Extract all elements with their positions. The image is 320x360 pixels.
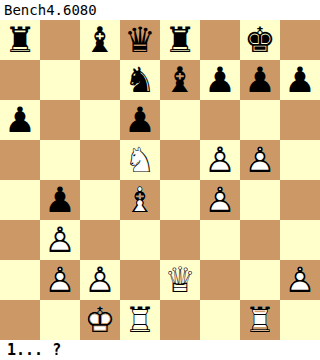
white-pawn: ♟♙ [280,260,320,300]
black-pawn: ♟ [0,100,40,140]
square-c4[interactable] [80,180,120,220]
square-h7[interactable]: ♟ [280,60,320,100]
square-e6[interactable] [160,100,200,140]
square-e3[interactable] [160,220,200,260]
white-piece-outline: ♙ [40,220,80,260]
square-e2[interactable]: ♛♕ [160,260,200,300]
square-h6[interactable] [280,100,320,140]
white-pawn: ♟♙ [200,140,240,180]
square-g5[interactable]: ♟♙ [240,140,280,180]
square-f6[interactable] [200,100,240,140]
square-d7[interactable]: ♞ [120,60,160,100]
square-c2[interactable]: ♟♙ [80,260,120,300]
move-prompt: 1... ? [0,340,320,360]
square-a2[interactable] [0,260,40,300]
black-queen: ♛ [120,20,160,60]
square-a8[interactable]: ♜ [0,20,40,60]
square-c5[interactable] [80,140,120,180]
square-b7[interactable] [40,60,80,100]
square-f8[interactable] [200,20,240,60]
square-a4[interactable] [0,180,40,220]
square-g7[interactable]: ♟ [240,60,280,100]
square-a6[interactable]: ♟ [0,100,40,140]
square-f1[interactable] [200,300,240,340]
white-bishop: ♝♗ [120,180,160,220]
white-pawn: ♟♙ [240,140,280,180]
square-c7[interactable] [80,60,120,100]
white-rook: ♜♖ [120,300,160,340]
square-a5[interactable] [0,140,40,180]
white-piece-outline: ♘ [120,140,160,180]
square-c8[interactable]: ♝ [80,20,120,60]
square-g1[interactable]: ♜♖ [240,300,280,340]
square-b4[interactable]: ♟ [40,180,80,220]
square-b3[interactable]: ♟♙ [40,220,80,260]
square-g3[interactable] [240,220,280,260]
square-d4[interactable]: ♝♗ [120,180,160,220]
square-h1[interactable] [280,300,320,340]
white-pawn: ♟♙ [40,260,80,300]
square-f5[interactable]: ♟♙ [200,140,240,180]
square-d8[interactable]: ♛ [120,20,160,60]
black-rook: ♜ [0,20,40,60]
square-c6[interactable] [80,100,120,140]
position-title: Bench4.6080 [0,0,320,20]
chess-board: ♜♝♛♜♚♞♝♟♟♟♟♟♞♘♟♙♟♙♟♝♗♟♙♟♙♟♙♟♙♛♕♟♙♚♔♜♖♜♖ [0,20,320,340]
white-queen: ♛♕ [160,260,200,300]
square-h4[interactable] [280,180,320,220]
square-d5[interactable]: ♞♘ [120,140,160,180]
square-h8[interactable] [280,20,320,60]
white-piece-outline: ♗ [120,180,160,220]
square-g2[interactable] [240,260,280,300]
square-b1[interactable] [40,300,80,340]
square-a3[interactable] [0,220,40,260]
square-c3[interactable] [80,220,120,260]
square-f7[interactable]: ♟ [200,60,240,100]
square-b6[interactable] [40,100,80,140]
black-bishop: ♝ [80,20,120,60]
white-piece-outline: ♙ [200,180,240,220]
square-e8[interactable]: ♜ [160,20,200,60]
square-d3[interactable] [120,220,160,260]
white-piece-outline: ♖ [120,300,160,340]
square-g8[interactable]: ♚ [240,20,280,60]
white-piece-outline: ♕ [160,260,200,300]
square-a7[interactable] [0,60,40,100]
white-pawn: ♟♙ [40,220,80,260]
white-rook: ♜♖ [240,300,280,340]
square-f4[interactable]: ♟♙ [200,180,240,220]
chess-diagram-window: Bench4.6080 ♜♝♛♜♚♞♝♟♟♟♟♟♞♘♟♙♟♙♟♝♗♟♙♟♙♟♙♟… [0,0,320,360]
white-pawn: ♟♙ [80,260,120,300]
square-h2[interactable]: ♟♙ [280,260,320,300]
square-e4[interactable] [160,180,200,220]
white-piece-outline: ♙ [40,260,80,300]
white-piece-outline: ♙ [200,140,240,180]
square-h3[interactable] [280,220,320,260]
white-piece-outline: ♔ [80,300,120,340]
white-knight: ♞♘ [120,140,160,180]
square-f3[interactable] [200,220,240,260]
square-c1[interactable]: ♚♔ [80,300,120,340]
black-pawn: ♟ [240,60,280,100]
black-bishop: ♝ [160,60,200,100]
white-piece-outline: ♙ [240,140,280,180]
square-f2[interactable] [200,260,240,300]
white-king: ♚♔ [80,300,120,340]
white-piece-outline: ♙ [280,260,320,300]
black-king: ♚ [240,20,280,60]
black-knight: ♞ [120,60,160,100]
square-e1[interactable] [160,300,200,340]
white-pawn: ♟♙ [200,180,240,220]
square-e5[interactable] [160,140,200,180]
square-d1[interactable]: ♜♖ [120,300,160,340]
square-a1[interactable] [0,300,40,340]
square-b5[interactable] [40,140,80,180]
square-b8[interactable] [40,20,80,60]
white-piece-outline: ♙ [80,260,120,300]
square-d2[interactable] [120,260,160,300]
black-pawn: ♟ [200,60,240,100]
square-h5[interactable] [280,140,320,180]
black-pawn: ♟ [280,60,320,100]
square-g4[interactable] [240,180,280,220]
black-rook: ♜ [160,20,200,60]
white-piece-outline: ♖ [240,300,280,340]
black-pawn: ♟ [40,180,80,220]
square-g6[interactable] [240,100,280,140]
square-e7[interactable]: ♝ [160,60,200,100]
square-d6[interactable]: ♟ [120,100,160,140]
square-b2[interactable]: ♟♙ [40,260,80,300]
black-pawn: ♟ [120,100,160,140]
